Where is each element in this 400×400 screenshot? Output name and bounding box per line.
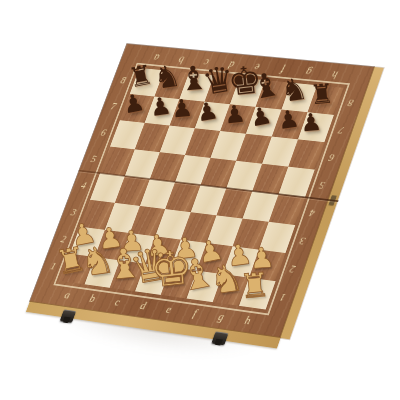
coordinate-label-f: f [192,307,199,318]
coordinate-label-7-far: 7 [337,125,345,135]
coordinate-label-6: 6 [100,127,108,137]
piece-black-pawn-d7[interactable]: ♟ [195,98,220,125]
product-photo-stage: aabbccddeeffgghh8877665544332211 ♜♞♝♛♚♝♞… [0,0,400,400]
piece-black-knight-g8[interactable]: ♞ [279,73,310,107]
coordinate-label-5-far: 5 [318,180,326,191]
coordinate-label-1-far: 1 [279,292,287,303]
coordinate-label-3-far: 3 [298,235,306,246]
coordinate-label-5: 5 [90,153,98,163]
coordinate-label-2-far: 2 [288,263,296,274]
piece-black-pawn-b7[interactable]: ♟ [148,93,173,120]
coordinate-label-6-far: 6 [327,152,335,163]
coordinate-label-7: 7 [110,101,118,111]
coordinate-label-c: c [114,296,122,308]
coordinate-label-4: 4 [80,180,88,190]
coordinate-label-e: e [165,303,174,315]
piece-black-pawn-c7[interactable]: ♟ [170,96,194,122]
coordinate-label-3: 3 [70,207,78,217]
coordinate-label-g: g [217,310,226,322]
coordinate-label-a: a [63,288,72,299]
coordinate-label-h: h [243,314,252,326]
piece-black-pawn-h7[interactable]: ♟ [299,110,323,136]
coordinate-label-b: b [88,292,97,304]
coordinate-label-8: 8 [119,75,127,85]
piece-black-rook-h8[interactable]: ♜ [309,80,335,109]
piece-black-pawn-e7[interactable]: ♟ [223,101,247,127]
piece-black-pawn-g7[interactable]: ♟ [276,106,301,133]
coordinate-label-4-far: 4 [308,207,316,218]
piece-black-pawn-a7[interactable]: ♟ [121,90,147,118]
coordinate-label-d: d [139,299,148,311]
coordinate-label-8-far: 8 [347,97,355,107]
piece-white-rook-h1[interactable]: ♜ [239,267,272,303]
piece-black-pawn-f7[interactable]: ♟ [248,103,274,131]
